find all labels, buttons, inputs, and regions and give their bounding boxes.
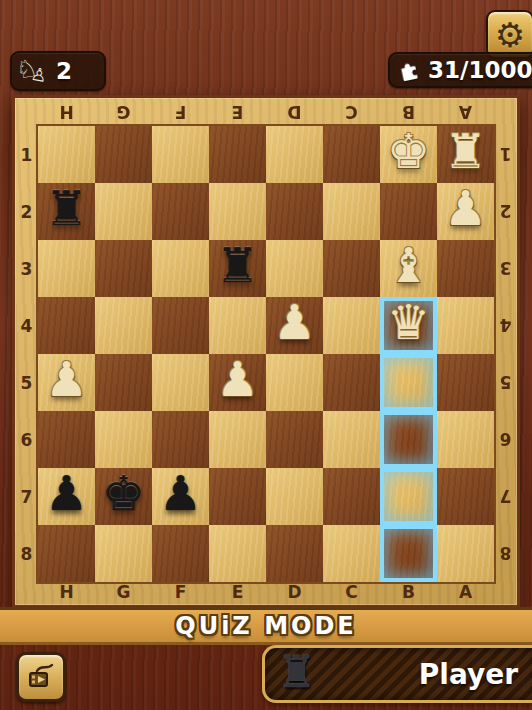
coord-label-2: 2 [15,183,38,240]
square-h4[interactable] [38,297,95,354]
player-name-label: Player [316,658,532,691]
mode-banner-label: QUiZ MODE [175,612,356,640]
square-e4[interactable] [209,297,266,354]
square-d2[interactable] [266,183,323,240]
square-c5[interactable] [323,354,380,411]
square-f1[interactable] [152,126,209,183]
white-pawn[interactable]: ♟ [437,179,494,236]
square-a5[interactable] [437,354,494,411]
coord-label-e: E [209,99,266,125]
coord-label-f: F [152,99,209,125]
gear-icon: ⚙ [495,18,525,52]
square-e7[interactable] [209,468,266,525]
square-f8[interactable] [152,525,209,582]
square-g2[interactable] [95,183,152,240]
square-d1[interactable] [266,126,323,183]
square-g4[interactable] [95,297,152,354]
coord-label-f: F [152,579,209,605]
square-e1[interactable] [209,126,266,183]
square-c6[interactable] [323,411,380,468]
coord-label-b: B [380,579,437,605]
square-c3[interactable] [323,240,380,297]
square-f2[interactable] [152,183,209,240]
coord-label-3: 3 [494,240,517,297]
square-f3[interactable] [152,240,209,297]
square-a6[interactable] [437,411,494,468]
captured-count: 2 [56,58,72,84]
coord-label-c: C [323,579,380,605]
coord-label-3: 3 [15,240,38,297]
square-g1[interactable] [95,126,152,183]
square-h8[interactable] [38,525,95,582]
white-rook[interactable]: ♜ [437,122,494,179]
puzzle-progress-badge: 31/1000 [388,52,532,88]
puzzle-icon [396,57,422,83]
captured-pieces-badge: ♘ ♙ 2 [10,51,106,91]
square-a4[interactable] [437,297,494,354]
square-e6[interactable] [209,411,266,468]
square-f6[interactable] [152,411,209,468]
square-d5[interactable] [266,354,323,411]
coord-label-5: 5 [15,354,38,411]
coord-label-d: D [266,99,323,125]
square-b7[interactable] [380,468,437,525]
coord-label-7: 7 [15,468,38,525]
square-b8[interactable] [380,525,437,582]
board-grid: ♚♜♟♝♛♟♟♟♜♜♚♟♟ [38,126,494,582]
square-h6[interactable] [38,411,95,468]
square-c1[interactable] [323,126,380,183]
coord-label-g: G [95,99,152,125]
square-d6[interactable] [266,411,323,468]
square-e2[interactable] [209,183,266,240]
coord-label-1: 1 [15,126,38,183]
file-labels-bottom: HGFEDCBA [38,579,494,605]
square-b2[interactable] [380,183,437,240]
mode-banner: QUiZ MODE [0,607,532,645]
coord-label-g: G [95,579,152,605]
white-pawn[interactable]: ♟ [209,350,266,407]
puzzle-progress: 31/1000 [428,57,532,83]
black-pawn[interactable]: ♟ [38,464,95,521]
square-c7[interactable] [323,468,380,525]
square-c4[interactable] [323,297,380,354]
square-a3[interactable] [437,240,494,297]
white-bishop[interactable]: ♝ [380,236,437,293]
square-g8[interactable] [95,525,152,582]
square-b5[interactable] [380,354,437,411]
chess-board: HGFEDCBA HGFEDCBA 12345678 12345678 ♚♜♟♝… [12,95,520,608]
square-g5[interactable] [95,354,152,411]
square-d8[interactable] [266,525,323,582]
coord-label-8: 8 [494,525,517,582]
square-f5[interactable] [152,354,209,411]
white-king[interactable]: ♚ [380,122,437,179]
coord-label-2: 2 [494,183,517,240]
square-e8[interactable] [209,525,266,582]
rank-labels-right: 12345678 [494,126,517,582]
square-d7[interactable] [266,468,323,525]
coord-label-6: 6 [494,411,517,468]
black-king[interactable]: ♚ [95,464,152,521]
coord-label-e: E [209,579,266,605]
coord-label-1: 1 [494,126,517,183]
review-moves-button[interactable] [16,652,66,702]
black-rook-icon: ♜ [277,650,316,694]
black-pawn[interactable]: ♟ [152,464,209,521]
square-a8[interactable] [437,525,494,582]
coord-label-c: C [323,99,380,125]
square-d3[interactable] [266,240,323,297]
coord-label-7: 7 [494,468,517,525]
white-queen[interactable]: ♛ [380,293,437,350]
square-a7[interactable] [437,468,494,525]
coord-label-a: A [437,579,494,605]
knight-pawn-icon: ♘ ♙ [18,55,48,87]
coord-label-h: H [38,579,95,605]
coord-label-4: 4 [15,297,38,354]
coord-label-5: 5 [494,354,517,411]
square-g6[interactable] [95,411,152,468]
coord-label-6: 6 [15,411,38,468]
white-pawn[interactable]: ♟ [266,293,323,350]
square-g3[interactable] [95,240,152,297]
coord-label-4: 4 [494,297,517,354]
black-rook[interactable]: ♜ [209,236,266,293]
coord-label-8: 8 [15,525,38,582]
white-pawn[interactable]: ♟ [38,350,95,407]
square-h3[interactable] [38,240,95,297]
review-moves-icon [25,661,57,693]
square-h1[interactable] [38,126,95,183]
black-rook[interactable]: ♜ [38,179,95,236]
square-b6[interactable] [380,411,437,468]
coord-label-d: D [266,579,323,605]
player-panel[interactable]: ♜ Player [262,645,532,703]
square-c2[interactable] [323,183,380,240]
square-f4[interactable] [152,297,209,354]
coord-label-h: H [38,99,95,125]
square-c8[interactable] [323,525,380,582]
rank-labels-left: 12345678 [15,126,38,582]
chess-quiz-screen: ♘ ♙ 2 ⚙ 31/1000 HGFEDCBA HGFEDCBA 123456… [0,0,532,710]
